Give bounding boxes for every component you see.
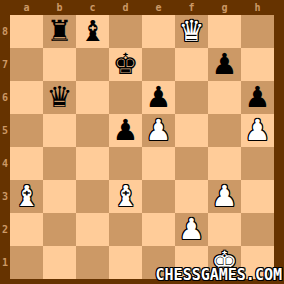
file-label-a: a — [10, 0, 43, 15]
rank-label-3: 3 — [0, 180, 10, 213]
rank-label-5: 5 — [0, 114, 10, 147]
piece-white-pawn: ♟ — [179, 215, 205, 244]
square-f2[interactable]: ♟ — [175, 213, 208, 246]
chess-board: ♜♝♛♚♟♛♟♟♟♟♟♝♝♟♟♚ — [10, 15, 274, 279]
square-e5[interactable]: ♟ — [142, 114, 175, 147]
square-e3[interactable] — [142, 180, 175, 213]
square-a8[interactable] — [10, 15, 43, 48]
piece-white-bishop: ♝ — [14, 182, 40, 211]
piece-black-pawn: ♟ — [113, 116, 139, 145]
piece-white-pawn: ♟ — [212, 182, 238, 211]
square-f6[interactable] — [175, 81, 208, 114]
square-f3[interactable] — [175, 180, 208, 213]
square-b7[interactable] — [43, 48, 76, 81]
file-label-e: e — [142, 0, 175, 15]
piece-white-bishop: ♝ — [113, 182, 139, 211]
square-d7[interactable]: ♚ — [109, 48, 142, 81]
square-d5[interactable]: ♟ — [109, 114, 142, 147]
piece-black-pawn: ♟ — [146, 83, 172, 112]
square-f5[interactable] — [175, 114, 208, 147]
piece-black-queen: ♛ — [47, 83, 73, 112]
square-d1[interactable] — [109, 246, 142, 279]
square-c4[interactable] — [76, 147, 109, 180]
square-b6[interactable]: ♛ — [43, 81, 76, 114]
square-h3[interactable] — [241, 180, 274, 213]
rank-label-7: 7 — [0, 48, 10, 81]
square-b3[interactable] — [43, 180, 76, 213]
piece-black-rook: ♜ — [47, 17, 73, 46]
piece-black-king: ♚ — [113, 50, 139, 79]
rank-label-1: 1 — [0, 246, 10, 279]
square-g4[interactable] — [208, 147, 241, 180]
square-a6[interactable] — [10, 81, 43, 114]
rank-label-4: 4 — [0, 147, 10, 180]
square-c7[interactable] — [76, 48, 109, 81]
square-g7[interactable]: ♟ — [208, 48, 241, 81]
rank-label-8: 8 — [0, 15, 10, 48]
square-b5[interactable] — [43, 114, 76, 147]
square-a4[interactable] — [10, 147, 43, 180]
square-e7[interactable] — [142, 48, 175, 81]
file-label-c: c — [76, 0, 109, 15]
square-c8[interactable]: ♝ — [76, 15, 109, 48]
piece-black-bishop: ♝ — [80, 17, 106, 46]
square-f8[interactable]: ♛ — [175, 15, 208, 48]
square-g2[interactable] — [208, 213, 241, 246]
square-g6[interactable] — [208, 81, 241, 114]
square-e4[interactable] — [142, 147, 175, 180]
piece-white-pawn: ♟ — [245, 116, 271, 145]
piece-white-pawn: ♟ — [146, 116, 172, 145]
piece-black-pawn: ♟ — [212, 50, 238, 79]
square-h8[interactable] — [241, 15, 274, 48]
piece-white-queen: ♛ — [179, 17, 205, 46]
square-a3[interactable]: ♝ — [10, 180, 43, 213]
square-e2[interactable] — [142, 213, 175, 246]
square-c1[interactable] — [76, 246, 109, 279]
file-label-b: b — [43, 0, 76, 15]
site-watermark: CHESSGAMES.COM — [156, 266, 282, 284]
piece-black-pawn: ♟ — [245, 83, 271, 112]
file-label-f: f — [175, 0, 208, 15]
file-label-d: d — [109, 0, 142, 15]
square-d6[interactable] — [109, 81, 142, 114]
square-b1[interactable] — [43, 246, 76, 279]
file-label-h: h — [241, 0, 274, 15]
rank-label-6: 6 — [0, 81, 10, 114]
rank-label-2: 2 — [0, 213, 10, 246]
square-b4[interactable] — [43, 147, 76, 180]
square-b2[interactable] — [43, 213, 76, 246]
square-d4[interactable] — [109, 147, 142, 180]
square-a7[interactable] — [10, 48, 43, 81]
square-a5[interactable] — [10, 114, 43, 147]
square-h6[interactable]: ♟ — [241, 81, 274, 114]
square-d8[interactable] — [109, 15, 142, 48]
square-d3[interactable]: ♝ — [109, 180, 142, 213]
file-label-g: g — [208, 0, 241, 15]
square-g3[interactable]: ♟ — [208, 180, 241, 213]
square-h5[interactable]: ♟ — [241, 114, 274, 147]
square-b8[interactable]: ♜ — [43, 15, 76, 48]
square-h4[interactable] — [241, 147, 274, 180]
square-h7[interactable] — [241, 48, 274, 81]
square-e6[interactable]: ♟ — [142, 81, 175, 114]
square-c3[interactable] — [76, 180, 109, 213]
square-d2[interactable] — [109, 213, 142, 246]
square-c2[interactable] — [76, 213, 109, 246]
square-c6[interactable] — [76, 81, 109, 114]
square-c5[interactable] — [76, 114, 109, 147]
square-g5[interactable] — [208, 114, 241, 147]
square-g8[interactable] — [208, 15, 241, 48]
square-a2[interactable] — [10, 213, 43, 246]
square-e8[interactable] — [142, 15, 175, 48]
square-f7[interactable] — [175, 48, 208, 81]
square-h2[interactable] — [241, 213, 274, 246]
square-a1[interactable] — [10, 246, 43, 279]
chess-board-frame: abcdefgh 87654321 ♜♝♛♚♟♛♟♟♟♟♟♝♝♟♟♚ CHESS… — [0, 0, 284, 284]
square-f4[interactable] — [175, 147, 208, 180]
